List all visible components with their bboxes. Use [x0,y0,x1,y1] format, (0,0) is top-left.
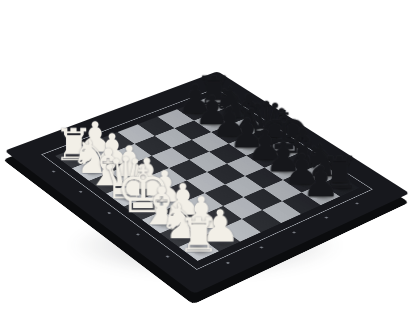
piece-white-knight-g1: ♞ [148,197,211,246]
piece-white-knight-b1: ♞ [61,133,122,179]
chess-board: ♜♞♝♛♚♝♞♜♟♟♟♟♟♟♟♟♟♟♟♟♟♟♟♟♜♞♝♛♚♝♞♜ [4,71,409,294]
piece-white-rook-h1: ♜ [167,212,231,259]
piece-black-pawn-a7: ♟ [167,79,224,119]
piece-white-pawn-h2: ♟ [188,204,251,248]
piece-black-knight-b8: ♞ [203,80,260,124]
piece-white-bishop-c1: ♝ [78,142,139,193]
piece-black-bishop-c8: ♝ [220,88,277,136]
scene-3d: ♜♞♝♛♚♝♞♜♟♟♟♟♟♟♟♟♟♟♟♟♟♟♟♟♜♞♝♛♚♝♞♜ [0,0,416,336]
piece-black-pawn-c7: ♟ [201,102,259,143]
piece-black-rook-a8: ♜ [186,71,242,112]
product-photo-canvas: ♜♞♝♛♚♝♞♜♟♟♟♟♟♟♟♟♟♟♟♟♟♟♟♟♜♞♝♛♚♝♞♜ [0,0,416,336]
piece-black-queen-d8: ♛ [237,95,295,149]
